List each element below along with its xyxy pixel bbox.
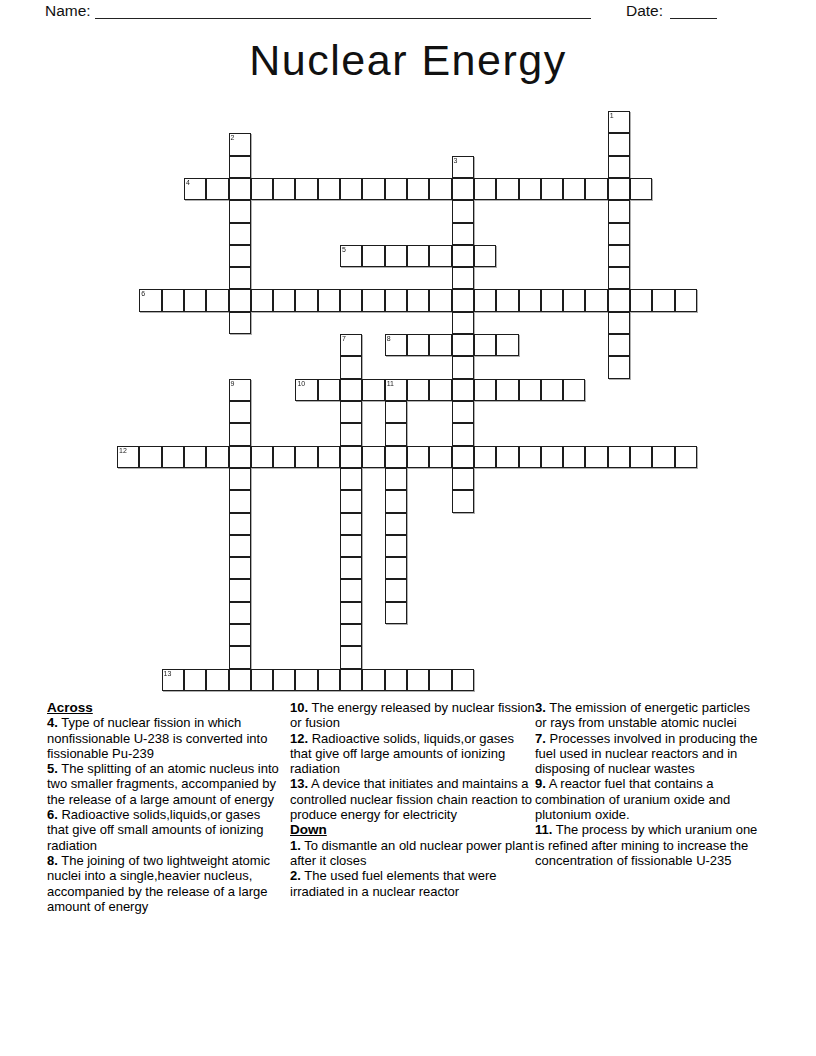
- grid-cell-r7c22[interactable]: [608, 267, 630, 289]
- grid-cell-r17c5[interactable]: [229, 490, 251, 512]
- grid-cell-r8c18[interactable]: [519, 289, 541, 311]
- grid-cell-r8c1[interactable]: 6: [139, 289, 161, 311]
- grid-cell-r18c12[interactable]: [385, 513, 407, 535]
- grid-cell-r25c10[interactable]: [340, 669, 362, 691]
- grid-cell-r18c5[interactable]: [229, 513, 251, 535]
- grid-cell-r15c25[interactable]: [675, 446, 697, 468]
- grid-cell-r3c9[interactable]: [318, 178, 340, 200]
- grid-cell-r2c15[interactable]: 3: [452, 156, 474, 178]
- cell-number-4: 4: [186, 179, 190, 187]
- grid-cell-r10c16[interactable]: [474, 334, 496, 356]
- grid-cell-r15c10[interactable]: [340, 446, 362, 468]
- grid-cell-r5c5[interactable]: [229, 223, 251, 245]
- grid-cell-r8c5[interactable]: [229, 289, 251, 311]
- date-blank[interactable]: [670, 3, 717, 19]
- grid-cell-r6c10[interactable]: 5: [340, 245, 362, 267]
- grid-cell-r17c15[interactable]: [452, 490, 474, 512]
- clue-1-number: 1.: [290, 838, 301, 853]
- grid-cell-r8c12[interactable]: [385, 289, 407, 311]
- grid-cell-r14c15[interactable]: [452, 423, 474, 445]
- cell-number-13: 13: [164, 670, 172, 678]
- grid-cell-r8c20[interactable]: [563, 289, 585, 311]
- grid-cell-r16c12[interactable]: [385, 468, 407, 490]
- grid-cell-r10c12[interactable]: 8: [385, 334, 407, 356]
- cell-number-8: 8: [387, 335, 391, 343]
- grid-cell-r10c22[interactable]: [608, 334, 630, 356]
- grid-cell-r12c18[interactable]: [519, 379, 541, 401]
- grid-cell-r10c14[interactable]: [429, 334, 451, 356]
- grid-cell-r15c20[interactable]: [563, 446, 585, 468]
- grid-cell-r6c13[interactable]: [407, 245, 429, 267]
- grid-cell-r12c19[interactable]: [541, 379, 563, 401]
- name-blank[interactable]: [95, 3, 591, 19]
- grid-cell-r3c20[interactable]: [563, 178, 585, 200]
- grid-cell-r12c5[interactable]: 9: [229, 379, 251, 401]
- grid-cell-r8c16[interactable]: [474, 289, 496, 311]
- grid-cell-r8c25[interactable]: [675, 289, 697, 311]
- grid-cell-r21c10[interactable]: [340, 579, 362, 601]
- grid-cell-r15c14[interactable]: [429, 446, 451, 468]
- clue-11: 11. The process by which uranium one is …: [535, 822, 763, 868]
- clue-2-number: 2.: [290, 868, 301, 883]
- clue-10-number: 10.: [290, 700, 308, 715]
- grid-cell-r8c8[interactable]: [295, 289, 317, 311]
- grid-cell-r6c5[interactable]: [229, 245, 251, 267]
- grid-cell-r25c13[interactable]: [407, 669, 429, 691]
- grid-cell-r8c19[interactable]: [541, 289, 563, 311]
- clue-9-number: 9.: [535, 776, 546, 791]
- name-label: Name:: [45, 2, 91, 20]
- grid-cell-r15c8[interactable]: [295, 446, 317, 468]
- grid-cell-r15c22[interactable]: [608, 446, 630, 468]
- cell-number-9: 9: [231, 380, 235, 388]
- grid-cell-r15c18[interactable]: [519, 446, 541, 468]
- grid-cell-r25c4[interactable]: [206, 669, 228, 691]
- grid-cell-r20c10[interactable]: [340, 557, 362, 579]
- grid-cell-r9c5[interactable]: [229, 312, 251, 334]
- grid-cell-r12c8[interactable]: 10: [295, 379, 317, 401]
- grid-cell-r15c16[interactable]: [474, 446, 496, 468]
- clue-3-number: 3.: [535, 700, 546, 715]
- clue-11-number: 11.: [535, 822, 552, 837]
- clue-10: 10. The energy released by nuclear fissi…: [290, 700, 538, 731]
- grid-cell-r3c23[interactable]: [630, 178, 652, 200]
- grid-cell-r25c12[interactable]: [385, 669, 407, 691]
- grid-cell-r5c22[interactable]: [608, 223, 630, 245]
- grid-cell-r3c18[interactable]: [519, 178, 541, 200]
- grid-cell-r3c15[interactable]: [452, 178, 474, 200]
- clue-12-number: 12.: [290, 731, 308, 746]
- clue-2: 2. The used fuel elements that were irra…: [290, 868, 538, 899]
- grid-cell-r19c12[interactable]: [385, 535, 407, 557]
- grid-cell-r2c22[interactable]: [608, 156, 630, 178]
- clue-4-number: 4.: [47, 715, 58, 730]
- grid-cell-r8c24[interactable]: [652, 289, 674, 311]
- grid-cell-r1c5[interactable]: 2: [229, 133, 251, 155]
- grid-cell-r7c15[interactable]: [452, 267, 474, 289]
- grid-cell-r15c15[interactable]: [452, 446, 474, 468]
- grid-cell-r22c12[interactable]: [385, 602, 407, 624]
- grid-cell-r13c10[interactable]: [340, 401, 362, 423]
- grid-cell-r25c5[interactable]: [229, 669, 251, 691]
- grid-cell-r5c15[interactable]: [452, 223, 474, 245]
- cell-number-1: 1: [610, 112, 614, 120]
- clue-12: 12. Radioactive solids, liquids,or gases…: [290, 731, 538, 777]
- grid-cell-r19c5[interactable]: [229, 535, 251, 557]
- grid-cell-r3c4[interactable]: [206, 178, 228, 200]
- down-clues-header: Down: [290, 822, 538, 837]
- grid-cell-r12c16[interactable]: [474, 379, 496, 401]
- grid-cell-r15c17[interactable]: [496, 446, 518, 468]
- grid-cell-r12c11[interactable]: [362, 379, 384, 401]
- grid-cell-r6c14[interactable]: [429, 245, 451, 267]
- cell-number-10: 10: [297, 380, 305, 388]
- grid-cell-r13c15[interactable]: [452, 401, 474, 423]
- grid-cell-r21c5[interactable]: [229, 579, 251, 601]
- grid-cell-r19c10[interactable]: [340, 535, 362, 557]
- clue-7: 7. Processes involved in producing the f…: [535, 731, 763, 777]
- grid-cell-r17c10[interactable]: [340, 490, 362, 512]
- grid-cell-r8c17[interactable]: [496, 289, 518, 311]
- grid-cell-r8c2[interactable]: [162, 289, 184, 311]
- grid-cell-r15c11[interactable]: [362, 446, 384, 468]
- cell-number-11: 11: [387, 380, 394, 388]
- grid-cell-r10c13[interactable]: [407, 334, 429, 356]
- grid-cell-r12c14[interactable]: [429, 379, 451, 401]
- grid-cell-r25c2[interactable]: 13: [162, 669, 184, 691]
- grid-cell-r20c12[interactable]: [385, 557, 407, 579]
- grid-cell-r6c15[interactable]: [452, 245, 474, 267]
- grid-cell-r15c12[interactable]: [385, 446, 407, 468]
- clues-column-2: 10. The energy released by nuclear fissi…: [290, 700, 538, 899]
- grid-cell-r4c22[interactable]: [608, 200, 630, 222]
- grid-cell-r8c15[interactable]: [452, 289, 474, 311]
- cell-number-2: 2: [231, 134, 235, 142]
- grid-cell-r25c14[interactable]: [429, 669, 451, 691]
- crossword-grid: 12345678910111213: [117, 111, 697, 691]
- grid-cell-r12c15[interactable]: [452, 379, 474, 401]
- grid-cell-r16c5[interactable]: [229, 468, 251, 490]
- clues-column-3: 3. The emission of energetic particles o…: [535, 700, 763, 868]
- grid-cell-r7c5[interactable]: [229, 267, 251, 289]
- grid-cell-r3c16[interactable]: [474, 178, 496, 200]
- grid-cell-r12c9[interactable]: [318, 379, 340, 401]
- grid-cell-r3c10[interactable]: [340, 178, 362, 200]
- grid-cell-r8c4[interactable]: [206, 289, 228, 311]
- grid-cell-r25c6[interactable]: [251, 669, 273, 691]
- clue-8: 8. The joining of two lightweight atomic…: [47, 853, 283, 914]
- grid-cell-r3c8[interactable]: [295, 178, 317, 200]
- grid-cell-r8c22[interactable]: [608, 289, 630, 311]
- grid-cell-r14c12[interactable]: [385, 423, 407, 445]
- across-clues-header: Across: [47, 700, 283, 715]
- grid-cell-r15c9[interactable]: [318, 446, 340, 468]
- grid-cell-r3c12[interactable]: [385, 178, 407, 200]
- grid-cell-r8c11[interactable]: [362, 289, 384, 311]
- grid-cell-r13c12[interactable]: [385, 401, 407, 423]
- grid-cell-r21c12[interactable]: [385, 579, 407, 601]
- grid-cell-r25c9[interactable]: [318, 669, 340, 691]
- grid-cell-r12c13[interactable]: [407, 379, 429, 401]
- grid-cell-r4c5[interactable]: [229, 200, 251, 222]
- grid-cell-r22c10[interactable]: [340, 602, 362, 624]
- grid-cell-r15c1[interactable]: [139, 446, 161, 468]
- grid-cell-r15c0[interactable]: 12: [117, 446, 139, 468]
- grid-cell-r3c5[interactable]: [229, 178, 251, 200]
- grid-cell-r3c19[interactable]: [541, 178, 563, 200]
- grid-cell-r16c15[interactable]: [452, 468, 474, 490]
- grid-cell-r11c10[interactable]: [340, 356, 362, 378]
- grid-cell-r6c16[interactable]: [474, 245, 496, 267]
- grid-cell-r15c19[interactable]: [541, 446, 563, 468]
- clue-1: 1. To dismantle an old nuclear power pla…: [290, 838, 538, 869]
- worksheet-page: Name: Date: Nuclear Energy 1234567891011…: [0, 0, 816, 1056]
- grid-cell-r2c5[interactable]: [229, 156, 251, 178]
- grid-cell-r3c22[interactable]: [608, 178, 630, 200]
- grid-cell-r25c11[interactable]: [362, 669, 384, 691]
- grid-cell-r3c6[interactable]: [251, 178, 273, 200]
- page-title: Nuclear Energy: [0, 36, 816, 85]
- cell-number-7: 7: [342, 335, 346, 343]
- grid-cell-r14c5[interactable]: [229, 423, 251, 445]
- grid-cell-r3c13[interactable]: [407, 178, 429, 200]
- clue-6: 6. Radioactive solids,liquids,or gases t…: [47, 807, 283, 853]
- clue-3: 3. The emission of energetic particles o…: [535, 700, 763, 731]
- grid-cell-r14c10[interactable]: [340, 423, 362, 445]
- grid-cell-r17c12[interactable]: [385, 490, 407, 512]
- grid-cell-r20c5[interactable]: [229, 557, 251, 579]
- grid-cell-r12c17[interactable]: [496, 379, 518, 401]
- grid-cell-r25c3[interactable]: [184, 669, 206, 691]
- clue-5-number: 5.: [47, 761, 58, 776]
- grid-cell-r6c12[interactable]: [385, 245, 407, 267]
- grid-cell-r12c20[interactable]: [563, 379, 585, 401]
- grid-cell-r3c11[interactable]: [362, 178, 384, 200]
- grid-cell-r9c22[interactable]: [608, 312, 630, 334]
- grid-cell-r16c10[interactable]: [340, 468, 362, 490]
- grid-cell-r22c5[interactable]: [229, 602, 251, 624]
- cell-number-5: 5: [342, 246, 346, 254]
- clue-5: 5. The splitting of an atomic nucleus in…: [47, 761, 283, 807]
- grid-cell-r3c14[interactable]: [429, 178, 451, 200]
- clue-6-number: 6.: [47, 807, 58, 822]
- grid-cell-r8c6[interactable]: [251, 289, 273, 311]
- grid-cell-r8c7[interactable]: [273, 289, 295, 311]
- grid-cell-r8c13[interactable]: [407, 289, 429, 311]
- grid-cell-r10c17[interactable]: [496, 334, 518, 356]
- grid-cell-r13c5[interactable]: [229, 401, 251, 423]
- grid-cell-r25c7[interactable]: [273, 669, 295, 691]
- grid-cell-r23c5[interactable]: [229, 624, 251, 646]
- clue-4: 4. Type of nuclear fission in which nonf…: [47, 715, 283, 761]
- grid-cell-r12c12[interactable]: 11: [385, 379, 407, 401]
- grid-cell-r8c14[interactable]: [429, 289, 451, 311]
- grid-cell-r10c15[interactable]: [452, 334, 474, 356]
- clue-8-number: 8.: [47, 853, 58, 868]
- grid-cell-r4c15[interactable]: [452, 200, 474, 222]
- grid-cell-r24c5[interactable]: [229, 646, 251, 668]
- clue-9: 9. A reactor fuel that contains a combin…: [535, 776, 763, 822]
- grid-cell-r15c21[interactable]: [585, 446, 607, 468]
- date-label: Date:: [626, 2, 663, 20]
- grid-cell-r3c7[interactable]: [273, 178, 295, 200]
- grid-cell-r15c4[interactable]: [206, 446, 228, 468]
- grid-cell-r1c22[interactable]: [608, 133, 630, 155]
- grid-cell-r8c9[interactable]: [318, 289, 340, 311]
- grid-cell-r15c23[interactable]: [630, 446, 652, 468]
- clue-13-number: 13.: [290, 776, 308, 791]
- grid-cell-r11c22[interactable]: [608, 356, 630, 378]
- grid-cell-r25c15[interactable]: [452, 669, 474, 691]
- grid-cell-r24c10[interactable]: [340, 646, 362, 668]
- grid-cell-r15c7[interactable]: [273, 446, 295, 468]
- clue-7-number: 7.: [535, 731, 546, 746]
- grid-cell-r8c10[interactable]: [340, 289, 362, 311]
- grid-cell-r18c10[interactable]: [340, 513, 362, 535]
- grid-cell-r0c22[interactable]: 1: [608, 111, 630, 133]
- grid-cell-r8c21[interactable]: [585, 289, 607, 311]
- grid-cell-r11c15[interactable]: [452, 356, 474, 378]
- grid-cell-r3c3[interactable]: 4: [184, 178, 206, 200]
- grid-cell-r25c8[interactable]: [295, 669, 317, 691]
- grid-cell-r3c17[interactable]: [496, 178, 518, 200]
- cell-number-12: 12: [119, 447, 127, 455]
- grid-cell-r15c13[interactable]: [407, 446, 429, 468]
- grid-cell-r6c11[interactable]: [362, 245, 384, 267]
- grid-cell-r15c6[interactable]: [251, 446, 273, 468]
- grid-cell-r15c3[interactable]: [184, 446, 206, 468]
- cell-number-3: 3: [454, 157, 458, 165]
- grid-cell-r8c23[interactable]: [630, 289, 652, 311]
- clue-13: 13. A device that initiates and maintain…: [290, 776, 538, 822]
- grid-cell-r3c21[interactable]: [585, 178, 607, 200]
- cell-number-6: 6: [141, 290, 145, 298]
- grid-cell-r15c2[interactable]: [162, 446, 184, 468]
- grid-cell-r15c5[interactable]: [229, 446, 251, 468]
- clues-column-1: Across4. Type of nuclear fission in whic…: [47, 700, 283, 914]
- grid-cell-r10c10[interactable]: 7: [340, 334, 362, 356]
- grid-cell-r12c10[interactable]: [340, 379, 362, 401]
- grid-cell-r15c24[interactable]: [652, 446, 674, 468]
- grid-cell-r8c3[interactable]: [184, 289, 206, 311]
- grid-cell-r23c10[interactable]: [340, 624, 362, 646]
- grid-cell-r6c22[interactable]: [608, 245, 630, 267]
- grid-cell-r9c15[interactable]: [452, 312, 474, 334]
